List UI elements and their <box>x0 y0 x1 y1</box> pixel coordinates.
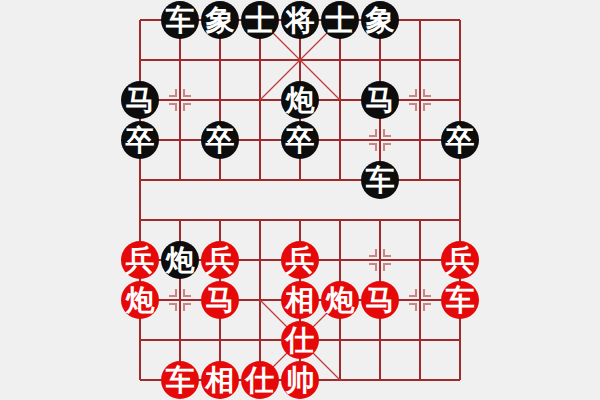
piece-red-horse[interactable]: 马 <box>361 281 399 319</box>
piece-black-general[interactable]: 将 <box>281 1 319 39</box>
piece-red-general[interactable]: 帅 <box>281 361 319 399</box>
piece-red-elephant[interactable]: 相 <box>201 361 239 399</box>
piece-red-cannon[interactable]: 炮 <box>321 281 359 319</box>
piece-red-cannon[interactable]: 炮 <box>121 281 159 319</box>
xiangqi-board[interactable]: 车象士将士象马炮马卒卒卒卒车炮兵兵兵兵炮马相炮马车仕车相仕帅 <box>0 0 600 400</box>
piece-black-advisor[interactable]: 士 <box>241 1 279 39</box>
piece-black-soldier[interactable]: 卒 <box>441 121 479 159</box>
piece-black-advisor[interactable]: 士 <box>321 1 359 39</box>
piece-red-soldier[interactable]: 兵 <box>441 241 479 279</box>
piece-black-soldier[interactable]: 卒 <box>201 121 239 159</box>
piece-red-chariot[interactable]: 车 <box>161 361 199 399</box>
piece-red-advisor[interactable]: 仕 <box>241 361 279 399</box>
piece-layer: 车象士将士象马炮马卒卒卒卒车炮兵兵兵兵炮马相炮马车仕车相仕帅 <box>120 0 480 400</box>
piece-black-chariot[interactable]: 车 <box>161 1 199 39</box>
piece-black-chariot[interactable]: 车 <box>361 161 399 199</box>
piece-black-soldier[interactable]: 卒 <box>121 121 159 159</box>
piece-red-elephant[interactable]: 相 <box>281 281 319 319</box>
piece-black-soldier[interactable]: 卒 <box>281 121 319 159</box>
piece-black-horse[interactable]: 马 <box>361 81 399 119</box>
piece-black-horse[interactable]: 马 <box>121 81 159 119</box>
piece-black-elephant[interactable]: 象 <box>201 1 239 39</box>
piece-red-horse[interactable]: 马 <box>201 281 239 319</box>
piece-red-advisor[interactable]: 仕 <box>281 321 319 359</box>
piece-black-cannon[interactable]: 炮 <box>161 241 199 279</box>
piece-black-cannon[interactable]: 炮 <box>281 81 319 119</box>
piece-black-elephant[interactable]: 象 <box>361 1 399 39</box>
piece-red-chariot[interactable]: 车 <box>441 281 479 319</box>
piece-red-soldier[interactable]: 兵 <box>121 241 159 279</box>
piece-red-soldier[interactable]: 兵 <box>201 241 239 279</box>
piece-red-soldier[interactable]: 兵 <box>281 241 319 279</box>
